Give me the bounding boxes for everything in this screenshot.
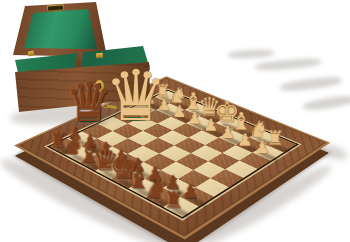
piece-black-pawn: ♟ (251, 138, 274, 156)
brass-hinge (96, 53, 103, 59)
box-lid-felt-lining (24, 8, 98, 50)
brass-nameplate (47, 4, 64, 11)
piece-cast-shadow (303, 94, 350, 112)
piece-white-rook: ♜ (161, 188, 187, 212)
product-photo-stage: ♜♞♝♛♚♝♞♜♟♟♟♟♟♟♟♟♟♟♟♟♟♟♟♟♜♞♝♛♚♝♞♜ ♛ ♛ (0, 0, 350, 242)
piece-cast-shadow (228, 49, 274, 59)
extra-queen-boxwood: ♛ (101, 61, 171, 131)
piece-cast-shadow (255, 57, 322, 72)
brass-hinge (28, 51, 35, 57)
piece-cast-shadow (280, 75, 343, 92)
